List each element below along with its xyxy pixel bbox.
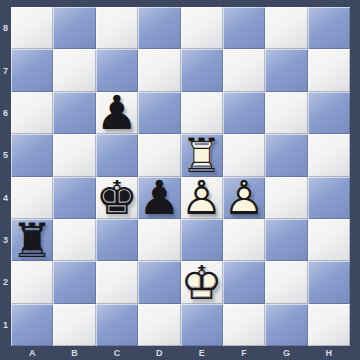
white-pawn[interactable]: ♟♙ (223, 177, 265, 219)
rank-label-6: 6 (0, 92, 11, 134)
square-d8[interactable] (138, 7, 180, 49)
file-label-c: C (96, 346, 138, 360)
square-f7[interactable] (223, 49, 265, 91)
square-a5[interactable] (11, 134, 53, 176)
square-h2[interactable] (308, 261, 350, 303)
square-h7[interactable] (308, 49, 350, 91)
chess-board-frame: ♟♜♖♚♟♟♙♟♙♜♚♔ 87654321 ABCDEFGH (0, 0, 360, 360)
file-label-f: F (223, 346, 265, 360)
square-b2[interactable] (53, 261, 95, 303)
square-g7[interactable] (265, 49, 307, 91)
black-rook-glyph: ♜ (11, 219, 53, 261)
white-pawn[interactable]: ♟♙ (181, 177, 223, 219)
square-b1[interactable] (53, 304, 95, 346)
square-h6[interactable] (308, 92, 350, 134)
black-rook[interactable]: ♜ (11, 219, 53, 261)
square-d3[interactable] (138, 219, 180, 261)
rank-label-8: 8 (0, 7, 11, 49)
square-c4[interactable]: ♚ (96, 177, 138, 219)
black-pawn-glyph: ♟ (96, 92, 138, 134)
square-a7[interactable] (11, 49, 53, 91)
square-a3[interactable]: ♜ (11, 219, 53, 261)
black-pawn[interactable]: ♟ (138, 177, 180, 219)
file-label-h: H (308, 346, 350, 360)
square-b8[interactable] (53, 7, 95, 49)
square-e1[interactable] (181, 304, 223, 346)
square-b5[interactable] (53, 134, 95, 176)
square-h4[interactable] (308, 177, 350, 219)
file-label-g: G (265, 346, 307, 360)
square-f3[interactable] (223, 219, 265, 261)
square-g1[interactable] (265, 304, 307, 346)
rank-label-5: 5 (0, 134, 11, 176)
square-a2[interactable] (11, 261, 53, 303)
white-pawn-outline: ♙ (181, 177, 223, 219)
rank-label-1: 1 (0, 304, 11, 346)
black-pawn[interactable]: ♟ (96, 92, 138, 134)
white-pawn-outline: ♙ (223, 177, 265, 219)
square-d7[interactable] (138, 49, 180, 91)
square-a8[interactable] (11, 7, 53, 49)
square-f2[interactable] (223, 261, 265, 303)
square-e8[interactable] (181, 7, 223, 49)
rank-label-7: 7 (0, 49, 11, 91)
square-e7[interactable] (181, 49, 223, 91)
square-e4[interactable]: ♟♙ (181, 177, 223, 219)
square-f8[interactable] (223, 7, 265, 49)
file-label-a: A (11, 346, 53, 360)
square-h8[interactable] (308, 7, 350, 49)
square-b4[interactable] (53, 177, 95, 219)
square-c1[interactable] (96, 304, 138, 346)
square-g2[interactable] (265, 261, 307, 303)
square-b3[interactable] (53, 219, 95, 261)
square-d2[interactable] (138, 261, 180, 303)
square-g4[interactable] (265, 177, 307, 219)
white-king[interactable]: ♚♔ (181, 261, 223, 303)
file-label-b: B (53, 346, 95, 360)
square-d4[interactable]: ♟ (138, 177, 180, 219)
square-f1[interactable] (223, 304, 265, 346)
white-king-outline: ♔ (181, 261, 223, 303)
square-b7[interactable] (53, 49, 95, 91)
rank-label-3: 3 (0, 219, 11, 261)
square-a1[interactable] (11, 304, 53, 346)
square-g5[interactable] (265, 134, 307, 176)
square-g8[interactable] (265, 7, 307, 49)
square-g6[interactable] (265, 92, 307, 134)
black-king[interactable]: ♚ (96, 177, 138, 219)
square-c2[interactable] (96, 261, 138, 303)
file-label-e: E (181, 346, 223, 360)
square-f4[interactable]: ♟♙ (223, 177, 265, 219)
square-c6[interactable]: ♟ (96, 92, 138, 134)
chess-board: ♟♜♖♚♟♟♙♟♙♜♚♔ (11, 7, 350, 346)
square-e2[interactable]: ♚♔ (181, 261, 223, 303)
square-c3[interactable] (96, 219, 138, 261)
square-h5[interactable] (308, 134, 350, 176)
square-d1[interactable] (138, 304, 180, 346)
square-c8[interactable] (96, 7, 138, 49)
file-label-d: D (138, 346, 180, 360)
black-pawn-glyph: ♟ (138, 177, 180, 219)
rank-label-4: 4 (0, 177, 11, 219)
black-king-glyph: ♚ (96, 177, 138, 219)
square-a6[interactable] (11, 92, 53, 134)
square-b6[interactable] (53, 92, 95, 134)
square-f6[interactable] (223, 92, 265, 134)
square-h3[interactable] (308, 219, 350, 261)
square-h1[interactable] (308, 304, 350, 346)
rank-label-2: 2 (0, 261, 11, 303)
square-d6[interactable] (138, 92, 180, 134)
square-g3[interactable] (265, 219, 307, 261)
